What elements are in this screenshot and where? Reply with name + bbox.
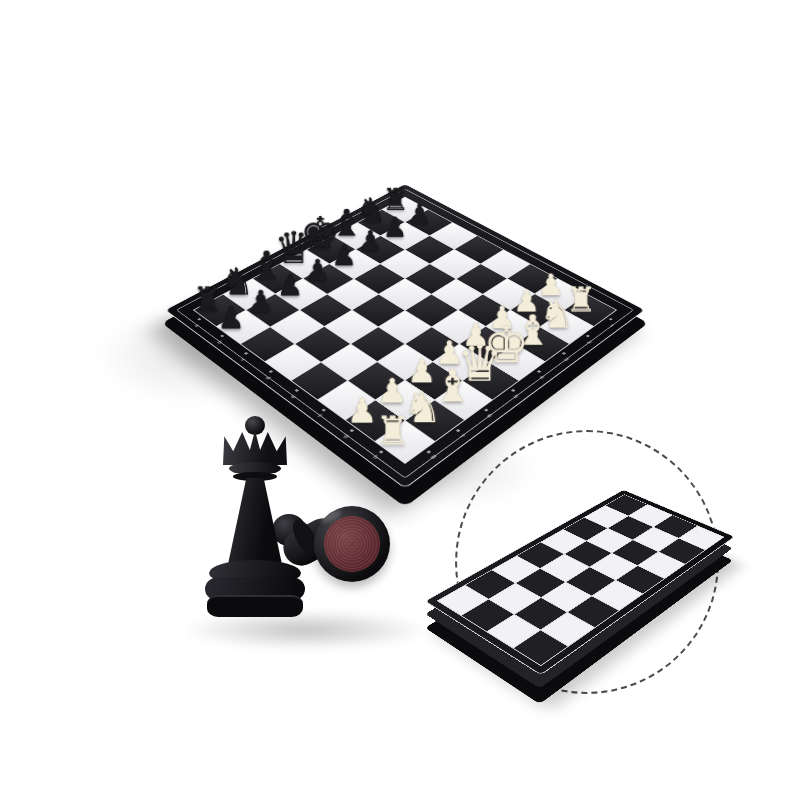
black-pawn: ♟ bbox=[407, 201, 431, 228]
black-queen-closeup bbox=[203, 416, 307, 628]
black-pawn: ♟ bbox=[332, 241, 358, 270]
file-label: b bbox=[216, 340, 224, 345]
black-pawn: ♟ bbox=[383, 214, 408, 242]
magnet-felt-pad bbox=[324, 516, 380, 572]
piece-base bbox=[314, 506, 390, 582]
queen-body bbox=[219, 478, 291, 566]
piece-closeup bbox=[150, 395, 480, 675]
rank-label: 2 bbox=[586, 339, 594, 344]
black-pawn: ♟ bbox=[277, 271, 304, 301]
black-pawn: ♟ bbox=[247, 286, 274, 316]
rank-label: 4 bbox=[538, 375, 546, 380]
black-pawn: ♟ bbox=[217, 303, 245, 334]
rank-label: 1 bbox=[609, 323, 616, 328]
square bbox=[379, 310, 431, 343]
queen-base bbox=[207, 595, 303, 617]
black-pawn: ♟ bbox=[358, 227, 383, 255]
queen-coronet bbox=[223, 429, 287, 465]
file-label: c bbox=[240, 357, 248, 362]
black-pawn: ♟ bbox=[305, 256, 331, 285]
file-label: a bbox=[193, 323, 201, 328]
rank-label: 3 bbox=[562, 357, 570, 362]
rank-label: 6 bbox=[486, 413, 494, 419]
file-label: d bbox=[264, 375, 272, 380]
rank-label: 5 bbox=[512, 393, 520, 399]
